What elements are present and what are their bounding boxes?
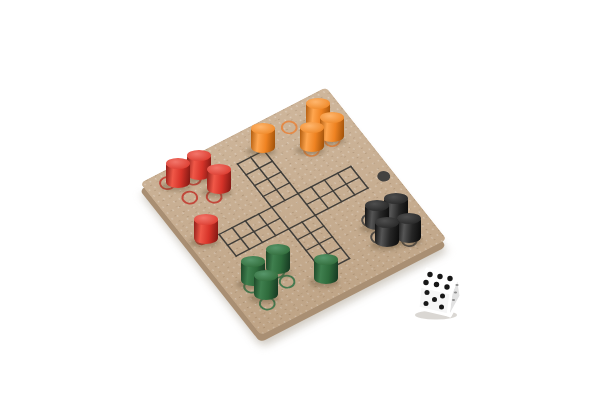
peg-green[interactable]	[314, 254, 338, 284]
peg-red[interactable]	[166, 158, 190, 188]
peg-green[interactable]	[254, 270, 278, 300]
peg-top	[314, 254, 338, 265]
peg-top	[251, 123, 275, 134]
peg-top	[300, 122, 324, 133]
peg-black[interactable]	[397, 213, 421, 243]
peg-top	[397, 213, 421, 224]
peg-black[interactable]	[375, 217, 399, 247]
peg-top	[194, 214, 218, 225]
peg-top	[266, 244, 290, 255]
peg-top	[375, 217, 399, 228]
die-graphic	[414, 266, 468, 320]
peg-orange[interactable]	[251, 123, 275, 153]
start-dot-black	[375, 169, 393, 183]
home-ring-red	[180, 189, 200, 206]
peg-top	[365, 200, 389, 211]
peg-top	[241, 256, 265, 267]
scene	[0, 0, 600, 420]
peg-top	[166, 158, 190, 169]
peg-top	[306, 98, 330, 109]
peg-red[interactable]	[194, 214, 218, 244]
peg-top	[187, 150, 211, 161]
peg-red[interactable]	[207, 164, 231, 194]
peg-top	[207, 164, 231, 175]
peg-top	[254, 270, 278, 281]
home-ring-orange	[279, 119, 299, 136]
die[interactable]	[414, 266, 468, 320]
peg-orange[interactable]	[300, 122, 324, 152]
